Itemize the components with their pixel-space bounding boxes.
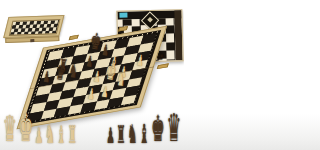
board-clasp-icon bbox=[157, 63, 169, 69]
light-display-knight: ♞ bbox=[45, 122, 55, 148]
box-price-sticker bbox=[119, 13, 127, 18]
dark-display-queen: ♛ bbox=[167, 110, 181, 148]
light-display-bishop: ♝ bbox=[57, 124, 66, 148]
open-board: ♚♟♜♟♟♛♞♝♟♟♚♟♞♟♟ bbox=[27, 33, 156, 122]
board-hinge-icon bbox=[69, 35, 79, 40]
box-logo-dot bbox=[147, 17, 153, 23]
dark-pieces-row: ♟♜♞♝♚♛ bbox=[106, 132, 181, 148]
box-side-panel bbox=[174, 10, 182, 60]
light-display-pawn: ♟ bbox=[35, 126, 43, 148]
folded-board-front-edge bbox=[5, 36, 59, 43]
dark-display-bishop: ♝ bbox=[139, 122, 149, 148]
folded-board-lid bbox=[3, 15, 64, 38]
folded-board-clasp-icon bbox=[30, 39, 34, 42]
light-display-queen: ♛ bbox=[3, 112, 16, 148]
folded-board-checker-pattern bbox=[9, 19, 61, 36]
light-display-rook: ♜ bbox=[68, 124, 77, 148]
light-pieces-row: ♛♚♟♞♝♜ bbox=[3, 132, 77, 148]
dark-display-knight: ♞ bbox=[127, 122, 137, 148]
folded-chess-board bbox=[3, 15, 64, 47]
light-display-king: ♚ bbox=[18, 110, 32, 148]
dark-display-king: ♚ bbox=[151, 112, 164, 148]
dark-display-pawn: ♟ bbox=[106, 126, 114, 148]
dark-display-rook: ♜ bbox=[116, 124, 125, 148]
